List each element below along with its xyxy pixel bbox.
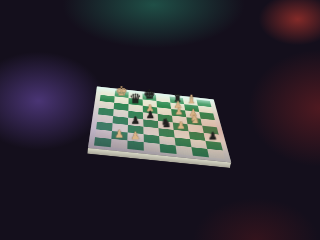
chess-3d-scene: ♚♚♜♝♛♟♟♟♟♟♞♟♞♟♟♟♟ [0,0,150,84]
